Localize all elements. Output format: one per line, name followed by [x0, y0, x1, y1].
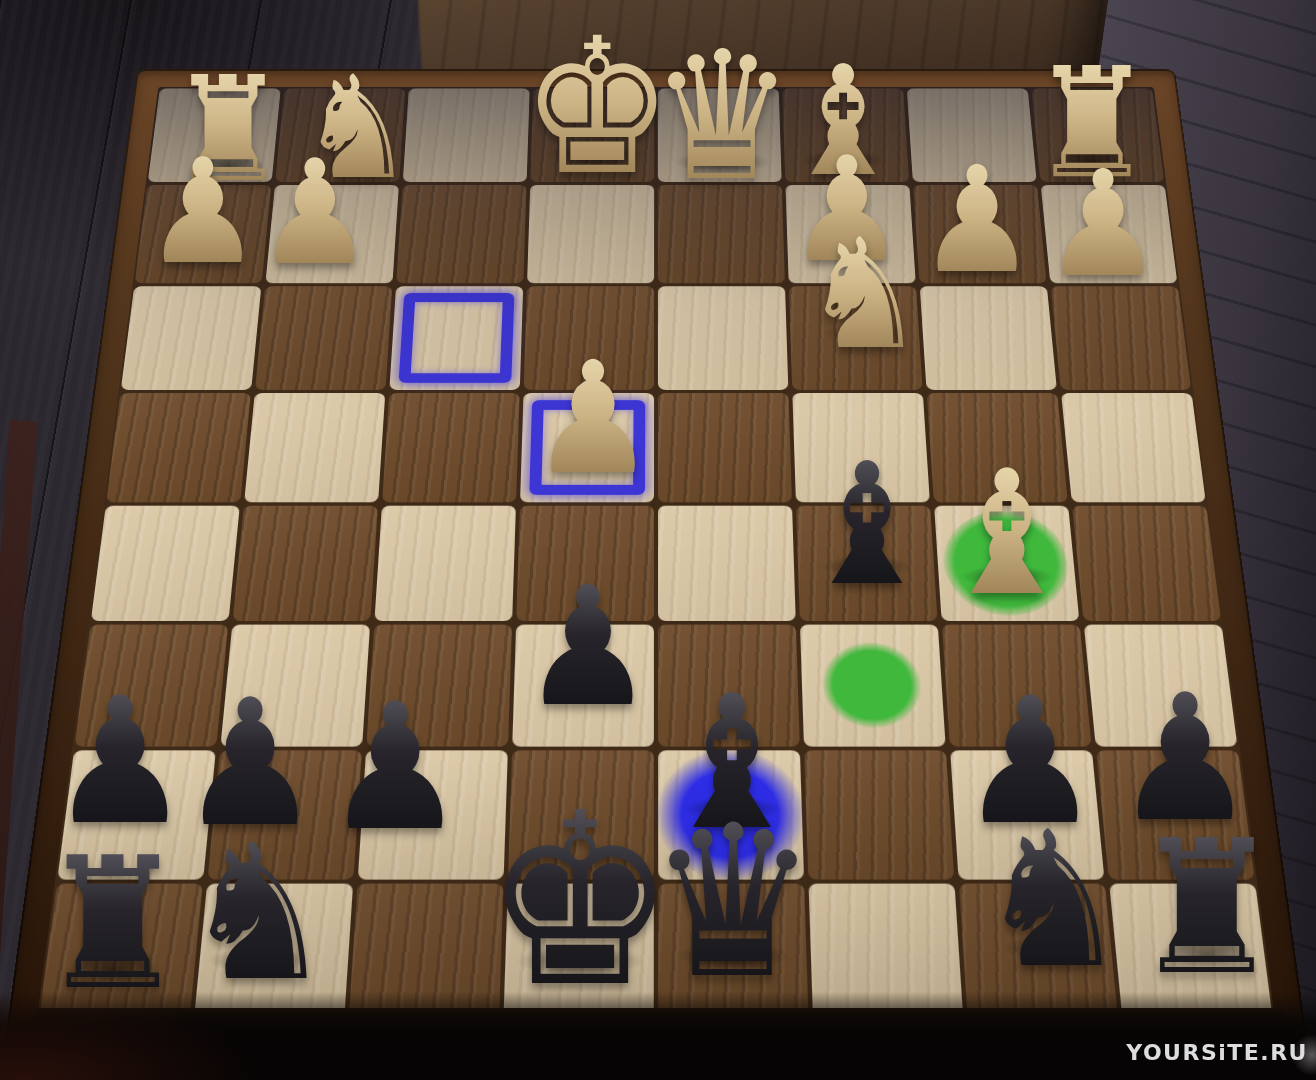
square-g3[interactable] [255, 286, 392, 390]
square-d4[interactable] [658, 393, 792, 502]
square-d5[interactable] [658, 506, 796, 621]
square-d3[interactable] [658, 286, 788, 390]
white-pawn-e4[interactable]: ♟ [530, 341, 655, 496]
black-rook-a8[interactable]: ♜ [1132, 816, 1281, 1001]
last-move-from-highlight-f3 [399, 293, 515, 383]
legal-move-highlight-c6 [821, 642, 923, 728]
white-pawn-h2[interactable]: ♟ [145, 139, 262, 284]
square-f5[interactable] [374, 506, 516, 621]
white-pawn-b2[interactable]: ♟ [918, 147, 1037, 294]
black-rook-h8[interactable]: ♜ [40, 833, 187, 1015]
white-pawn-g2[interactable]: ♟ [257, 140, 374, 285]
white-bishop-b5[interactable]: ♝ [938, 448, 1077, 620]
black-king-e8[interactable]: ♚ [484, 782, 676, 1020]
black-knight-b8[interactable]: ♞ [977, 806, 1129, 994]
chess-app-scene: ♜♞♚♛♝♜♟♟♟♟♟♞♟♝♝♟♟♟♟♝♟♟♜♞♚♛♞♜ YOURSiTE.RU [0, 0, 1316, 1080]
square-g4[interactable] [244, 393, 385, 502]
white-queen-d1[interactable]: ♛ [650, 28, 794, 206]
square-f4[interactable] [382, 393, 520, 502]
square-f3[interactable] [389, 286, 523, 390]
square-h5[interactable] [91, 506, 240, 621]
square-a4[interactable] [1061, 393, 1206, 502]
square-f2[interactable] [396, 185, 526, 283]
black-bishop-c5[interactable]: ♝ [799, 441, 935, 609]
watermark: YOURSiTE.RU [1126, 1040, 1308, 1065]
square-h4[interactable] [106, 393, 251, 502]
square-h3[interactable] [121, 286, 262, 390]
square-c6[interactable] [800, 625, 946, 747]
white-pawn-a2[interactable]: ♟ [1044, 151, 1163, 298]
square-a5[interactable] [1072, 506, 1221, 621]
square-c7[interactable] [804, 750, 954, 879]
black-knight-g8[interactable]: ♞ [182, 819, 334, 1007]
square-f1[interactable] [403, 88, 530, 182]
white-knight-c3[interactable]: ♞ [803, 219, 926, 371]
square-g5[interactable] [233, 506, 378, 621]
black-pawn-f7[interactable]: ♟ [324, 680, 465, 855]
black-pawn-e6[interactable]: ♟ [521, 565, 654, 730]
